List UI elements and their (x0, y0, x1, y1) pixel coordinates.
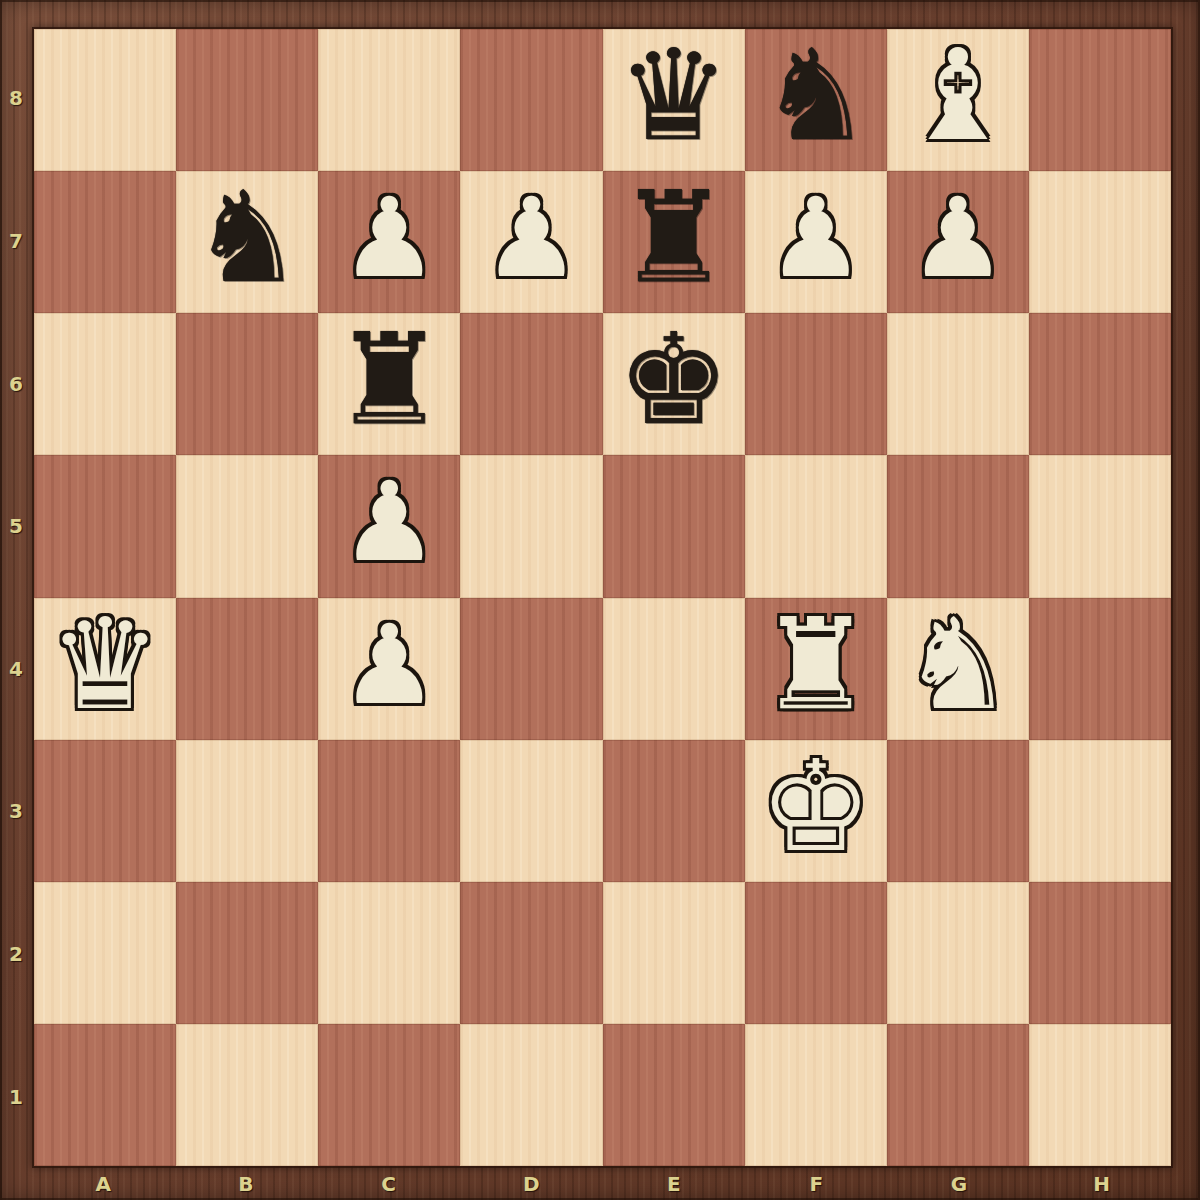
white-bishop[interactable]: ♝ (901, 33, 1014, 159)
chess-app: 87654321 ABCDEFGH ♛♞♝♞♟♟♜♟♟♜♚♟♛♟♜♞♚ (0, 0, 1200, 1200)
rank-labels: 87654321 (0, 27, 32, 1168)
square-a7[interactable] (34, 171, 176, 313)
square-c3[interactable] (318, 740, 460, 882)
square-c2[interactable] (318, 882, 460, 1024)
rank-label-2: 2 (0, 883, 32, 1026)
square-g5[interactable] (887, 455, 1029, 597)
file-label-h: H (1030, 1168, 1173, 1200)
square-e7[interactable]: ♜ (603, 171, 745, 313)
square-h7[interactable] (1029, 171, 1171, 313)
square-a6[interactable] (34, 313, 176, 455)
square-c4[interactable]: ♟ (318, 598, 460, 740)
rank-label-8: 8 (0, 27, 32, 170)
square-a3[interactable] (34, 740, 176, 882)
square-d7[interactable]: ♟ (460, 171, 602, 313)
square-d5[interactable] (460, 455, 602, 597)
square-d8[interactable] (460, 29, 602, 171)
square-b2[interactable] (176, 882, 318, 1024)
file-label-d: D (460, 1168, 603, 1200)
square-b8[interactable] (176, 29, 318, 171)
square-h4[interactable] (1029, 598, 1171, 740)
square-a4[interactable]: ♛ (34, 598, 176, 740)
square-a2[interactable] (34, 882, 176, 1024)
square-b1[interactable] (176, 1024, 318, 1166)
file-label-g: G (888, 1168, 1031, 1200)
white-pawn[interactable]: ♟ (340, 183, 439, 293)
square-g1[interactable] (887, 1024, 1029, 1166)
square-e3[interactable] (603, 740, 745, 882)
square-f7[interactable]: ♟ (745, 171, 887, 313)
square-c5[interactable]: ♟ (318, 455, 460, 597)
file-labels: ABCDEFGH (32, 1168, 1173, 1200)
square-d4[interactable] (460, 598, 602, 740)
square-a1[interactable] (34, 1024, 176, 1166)
white-pawn[interactable]: ♟ (340, 610, 439, 720)
square-b6[interactable] (176, 313, 318, 455)
square-f4[interactable]: ♜ (745, 598, 887, 740)
square-g7[interactable]: ♟ (887, 171, 1029, 313)
black-rook[interactable]: ♜ (333, 317, 446, 443)
chess-board: ♛♞♝♞♟♟♜♟♟♜♚♟♛♟♜♞♚ (32, 27, 1173, 1168)
square-c7[interactable]: ♟ (318, 171, 460, 313)
white-pawn[interactable]: ♟ (766, 183, 865, 293)
square-g8[interactable]: ♝ (887, 29, 1029, 171)
file-label-b: B (175, 1168, 318, 1200)
square-h8[interactable] (1029, 29, 1171, 171)
square-e6[interactable]: ♚ (603, 313, 745, 455)
black-queen[interactable]: ♛ (617, 33, 730, 159)
white-rook[interactable]: ♜ (759, 602, 872, 728)
white-pawn[interactable]: ♟ (340, 467, 439, 577)
square-a8[interactable] (34, 29, 176, 171)
square-d3[interactable] (460, 740, 602, 882)
square-f3[interactable]: ♚ (745, 740, 887, 882)
square-a5[interactable] (34, 455, 176, 597)
file-label-e: E (603, 1168, 746, 1200)
square-f6[interactable] (745, 313, 887, 455)
white-pawn[interactable]: ♟ (909, 183, 1008, 293)
square-g6[interactable] (887, 313, 1029, 455)
square-c6[interactable]: ♜ (318, 313, 460, 455)
square-f1[interactable] (745, 1024, 887, 1166)
square-b5[interactable] (176, 455, 318, 597)
square-g3[interactable] (887, 740, 1029, 882)
square-h5[interactable] (1029, 455, 1171, 597)
rank-label-4: 4 (0, 598, 32, 741)
file-label-f: F (745, 1168, 888, 1200)
square-e8[interactable]: ♛ (603, 29, 745, 171)
square-b7[interactable]: ♞ (176, 171, 318, 313)
square-g4[interactable]: ♞ (887, 598, 1029, 740)
square-d2[interactable] (460, 882, 602, 1024)
square-h2[interactable] (1029, 882, 1171, 1024)
square-e4[interactable] (603, 598, 745, 740)
square-e1[interactable] (603, 1024, 745, 1166)
file-label-c: C (317, 1168, 460, 1200)
square-e2[interactable] (603, 882, 745, 1024)
rank-label-5: 5 (0, 455, 32, 598)
rank-label-3: 3 (0, 740, 32, 883)
white-king[interactable]: ♚ (759, 744, 872, 870)
square-b3[interactable] (176, 740, 318, 882)
rank-label-7: 7 (0, 170, 32, 313)
black-king[interactable]: ♚ (617, 317, 730, 443)
rank-label-1: 1 (0, 1025, 32, 1168)
black-knight[interactable]: ♞ (191, 175, 304, 301)
square-c8[interactable] (318, 29, 460, 171)
white-queen[interactable]: ♛ (49, 602, 162, 728)
file-label-a: A (32, 1168, 175, 1200)
black-rook[interactable]: ♜ (617, 175, 730, 301)
square-e5[interactable] (603, 455, 745, 597)
square-d6[interactable] (460, 313, 602, 455)
rank-label-6: 6 (0, 312, 32, 455)
black-knight[interactable]: ♞ (759, 33, 872, 159)
square-g2[interactable] (887, 882, 1029, 1024)
square-f8[interactable]: ♞ (745, 29, 887, 171)
square-d1[interactable] (460, 1024, 602, 1166)
square-f2[interactable] (745, 882, 887, 1024)
white-pawn[interactable]: ♟ (482, 183, 581, 293)
square-c1[interactable] (318, 1024, 460, 1166)
square-b4[interactable] (176, 598, 318, 740)
square-h3[interactable] (1029, 740, 1171, 882)
white-knight[interactable]: ♞ (901, 602, 1014, 728)
square-h1[interactable] (1029, 1024, 1171, 1166)
square-h6[interactable] (1029, 313, 1171, 455)
square-f5[interactable] (745, 455, 887, 597)
